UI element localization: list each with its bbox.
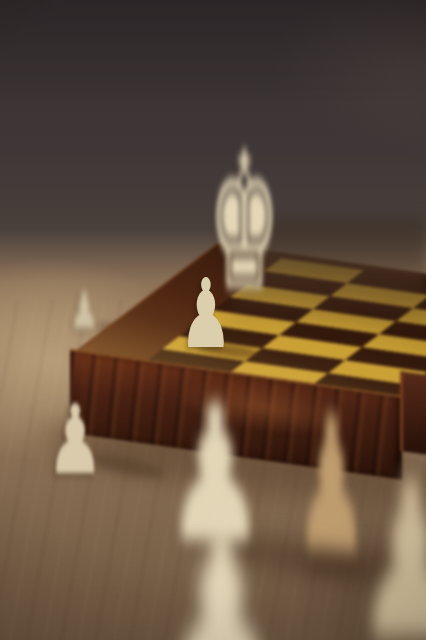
board-front-side-right-half [400,371,426,457]
chessboard-photo-scene: ♚♟♟♟♟♟♟♟ [0,0,426,640]
depth-of-field-haze [232,218,426,330]
